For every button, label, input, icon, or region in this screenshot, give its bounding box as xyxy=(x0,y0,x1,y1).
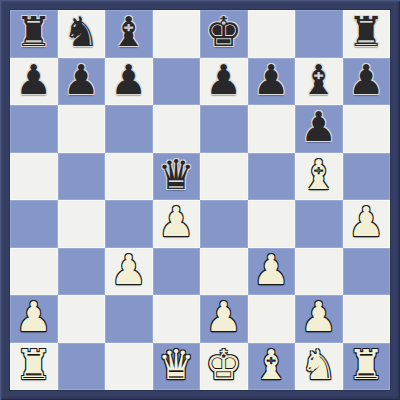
piece-black-pawn[interactable]: ♟ xyxy=(300,105,337,151)
piece-black-bishop[interactable]: ♝ xyxy=(300,58,337,104)
square-b3[interactable] xyxy=(58,248,106,296)
piece-white-rook[interactable]: ♜ xyxy=(15,343,52,389)
square-g2[interactable]: ♟ xyxy=(295,295,343,343)
square-c3[interactable]: ♟ xyxy=(105,248,153,296)
square-d5[interactable]: ♛ xyxy=(153,153,201,201)
piece-white-pawn[interactable]: ♟ xyxy=(158,200,195,246)
square-g3[interactable] xyxy=(295,248,343,296)
chess-board-frame: ♜♞♝♚♜♟♟♟♟♟♝♟♟♛♝♟♟♟♟♟♟♟♜♛♚♝♞♜ xyxy=(0,0,400,400)
square-a6[interactable] xyxy=(10,105,58,153)
square-f8[interactable] xyxy=(248,10,296,58)
square-h2[interactable] xyxy=(343,295,391,343)
square-d8[interactable] xyxy=(153,10,201,58)
square-g8[interactable] xyxy=(295,10,343,58)
square-e1[interactable]: ♚ xyxy=(200,343,248,391)
square-g5[interactable]: ♝ xyxy=(295,153,343,201)
square-d4[interactable]: ♟ xyxy=(153,200,201,248)
piece-black-pawn[interactable]: ♟ xyxy=(110,58,147,104)
square-b7[interactable]: ♟ xyxy=(58,58,106,106)
piece-white-rook[interactable]: ♜ xyxy=(348,343,385,389)
square-c8[interactable]: ♝ xyxy=(105,10,153,58)
square-c4[interactable] xyxy=(105,200,153,248)
square-h7[interactable]: ♟ xyxy=(343,58,391,106)
piece-black-pawn[interactable]: ♟ xyxy=(15,58,52,104)
piece-white-pawn[interactable]: ♟ xyxy=(253,248,290,294)
square-g6[interactable]: ♟ xyxy=(295,105,343,153)
square-b1[interactable] xyxy=(58,343,106,391)
piece-black-bishop[interactable]: ♝ xyxy=(110,10,147,56)
piece-white-pawn[interactable]: ♟ xyxy=(205,295,242,341)
square-f6[interactable] xyxy=(248,105,296,153)
piece-black-rook[interactable]: ♜ xyxy=(348,10,385,56)
piece-white-pawn[interactable]: ♟ xyxy=(300,295,337,341)
square-e2[interactable]: ♟ xyxy=(200,295,248,343)
square-f5[interactable] xyxy=(248,153,296,201)
square-e8[interactable]: ♚ xyxy=(200,10,248,58)
chess-board: ♜♞♝♚♜♟♟♟♟♟♝♟♟♛♝♟♟♟♟♟♟♟♜♛♚♝♞♜ xyxy=(10,10,390,390)
piece-white-queen[interactable]: ♛ xyxy=(158,343,195,389)
piece-white-pawn[interactable]: ♟ xyxy=(15,295,52,341)
square-e3[interactable] xyxy=(200,248,248,296)
square-f3[interactable]: ♟ xyxy=(248,248,296,296)
piece-black-pawn[interactable]: ♟ xyxy=(348,58,385,104)
piece-black-pawn[interactable]: ♟ xyxy=(205,58,242,104)
piece-white-pawn[interactable]: ♟ xyxy=(348,200,385,246)
piece-black-pawn[interactable]: ♟ xyxy=(63,58,100,104)
square-e7[interactable]: ♟ xyxy=(200,58,248,106)
square-f2[interactable] xyxy=(248,295,296,343)
square-b2[interactable] xyxy=(58,295,106,343)
piece-white-king[interactable]: ♚ xyxy=(205,343,242,389)
square-c1[interactable] xyxy=(105,343,153,391)
piece-white-knight[interactable]: ♞ xyxy=(300,343,337,389)
square-c6[interactable] xyxy=(105,105,153,153)
square-a4[interactable] xyxy=(10,200,58,248)
square-a3[interactable] xyxy=(10,248,58,296)
square-c7[interactable]: ♟ xyxy=(105,58,153,106)
square-d7[interactable] xyxy=(153,58,201,106)
piece-black-pawn[interactable]: ♟ xyxy=(253,58,290,104)
square-a7[interactable]: ♟ xyxy=(10,58,58,106)
square-g4[interactable] xyxy=(295,200,343,248)
square-h8[interactable]: ♜ xyxy=(343,10,391,58)
piece-black-knight[interactable]: ♞ xyxy=(63,10,100,56)
square-h5[interactable] xyxy=(343,153,391,201)
square-h3[interactable] xyxy=(343,248,391,296)
square-h1[interactable]: ♜ xyxy=(343,343,391,391)
square-d2[interactable] xyxy=(153,295,201,343)
square-g7[interactable]: ♝ xyxy=(295,58,343,106)
square-a2[interactable]: ♟ xyxy=(10,295,58,343)
square-a5[interactable] xyxy=(10,153,58,201)
square-b5[interactable] xyxy=(58,153,106,201)
square-f1[interactable]: ♝ xyxy=(248,343,296,391)
piece-black-king[interactable]: ♚ xyxy=(205,10,242,56)
square-e6[interactable] xyxy=(200,105,248,153)
square-c2[interactable] xyxy=(105,295,153,343)
square-b6[interactable] xyxy=(58,105,106,153)
square-h4[interactable]: ♟ xyxy=(343,200,391,248)
square-h6[interactable] xyxy=(343,105,391,153)
square-f7[interactable]: ♟ xyxy=(248,58,296,106)
square-d6[interactable] xyxy=(153,105,201,153)
square-e4[interactable] xyxy=(200,200,248,248)
square-b8[interactable]: ♞ xyxy=(58,10,106,58)
piece-white-bishop[interactable]: ♝ xyxy=(253,343,290,389)
square-e5[interactable] xyxy=(200,153,248,201)
square-c5[interactable] xyxy=(105,153,153,201)
square-a8[interactable]: ♜ xyxy=(10,10,58,58)
piece-white-bishop[interactable]: ♝ xyxy=(300,153,337,199)
square-g1[interactable]: ♞ xyxy=(295,343,343,391)
piece-white-pawn[interactable]: ♟ xyxy=(110,248,147,294)
square-f4[interactable] xyxy=(248,200,296,248)
square-b4[interactable] xyxy=(58,200,106,248)
square-d3[interactable] xyxy=(153,248,201,296)
piece-black-rook[interactable]: ♜ xyxy=(15,10,52,56)
square-a1[interactable]: ♜ xyxy=(10,343,58,391)
piece-black-queen[interactable]: ♛ xyxy=(158,153,195,199)
square-d1[interactable]: ♛ xyxy=(153,343,201,391)
